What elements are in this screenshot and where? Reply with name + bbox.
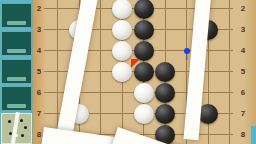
white-stone[interactable] xyxy=(112,62,132,82)
row-label: 2 xyxy=(33,4,45,13)
sidebar-thumb[interactable] xyxy=(1,59,32,84)
row-label: 8 xyxy=(237,130,249,139)
mini-black-stone xyxy=(24,126,27,129)
white-stone[interactable] xyxy=(134,104,154,124)
mini-black-stone xyxy=(9,132,12,135)
row-label: 6 xyxy=(33,88,45,97)
mini-black-stone xyxy=(20,119,23,122)
white-stone[interactable] xyxy=(112,0,132,19)
thumb-caption xyxy=(7,21,26,25)
black-stone[interactable] xyxy=(155,83,175,103)
row-label: 4 xyxy=(33,46,45,55)
row-label: 7 xyxy=(33,109,45,118)
right-edge-ui-sliver xyxy=(251,126,256,144)
row-label: 4 xyxy=(237,46,249,55)
thumb-caption xyxy=(7,77,26,81)
row-label: 5 xyxy=(237,67,249,76)
row-label: 7 xyxy=(237,109,249,118)
mini-black-stone xyxy=(21,134,24,137)
mini-white-stone xyxy=(15,134,18,137)
thumb-caption xyxy=(7,104,26,108)
mini-board-strip xyxy=(10,112,20,144)
row-label: 2 xyxy=(237,4,249,13)
row-label: 5 xyxy=(33,67,45,76)
black-stone[interactable] xyxy=(134,20,154,40)
black-stone[interactable] xyxy=(155,62,175,82)
go-app-screen: 23456782345678 xyxy=(0,0,256,144)
sidebar-thumb-active[interactable] xyxy=(1,113,32,144)
sidebar-thumb[interactable] xyxy=(1,86,32,111)
mini-black-stone xyxy=(8,120,11,123)
blue-dot-marker xyxy=(184,48,190,54)
thumb-caption xyxy=(7,49,26,53)
black-stone[interactable] xyxy=(134,41,154,61)
white-stone[interactable] xyxy=(134,83,154,103)
sidebar-thumbnail-list[interactable] xyxy=(0,0,33,144)
row-label: 6 xyxy=(237,88,249,97)
red-triangle-marker xyxy=(131,59,140,68)
sidebar-thumb[interactable] xyxy=(1,3,32,28)
black-stone[interactable] xyxy=(155,104,175,124)
sidebar-thumb[interactable] xyxy=(1,31,32,56)
white-stone[interactable] xyxy=(112,41,132,61)
white-stone[interactable] xyxy=(112,20,132,40)
row-label: 3 xyxy=(237,25,249,34)
black-stone[interactable] xyxy=(134,0,154,19)
row-label: 3 xyxy=(33,25,45,34)
